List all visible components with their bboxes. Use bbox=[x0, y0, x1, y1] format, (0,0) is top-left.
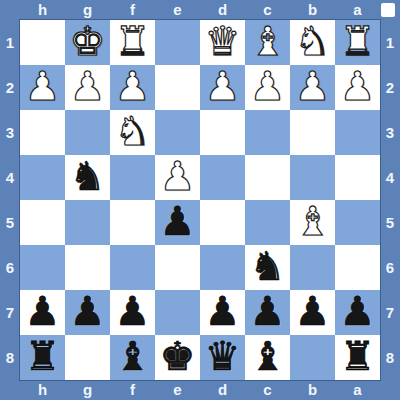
rank-label-8: 8 bbox=[380, 335, 400, 380]
file-label-e: e bbox=[155, 380, 200, 400]
square-b5[interactable]: ♝ bbox=[290, 200, 335, 245]
file-label-a: a bbox=[335, 0, 380, 20]
white-pawn: ♟ bbox=[295, 65, 331, 109]
square-b3[interactable] bbox=[290, 110, 335, 155]
black-pawn: ♟ bbox=[115, 290, 151, 334]
square-f7[interactable]: ♟ bbox=[110, 290, 155, 335]
square-a1[interactable]: ♜ bbox=[335, 20, 380, 65]
square-f5[interactable] bbox=[110, 200, 155, 245]
black-pawn: ♟ bbox=[250, 290, 286, 334]
chess-board: ♚♜♛♝♞♜♟♟♟♟♟♟♟♞♞♟♟♝♞♟♟♟♟♟♟♟♜♝♚♛♝♜ bbox=[20, 20, 380, 380]
file-label-c: c bbox=[245, 380, 290, 400]
square-c5[interactable] bbox=[245, 200, 290, 245]
file-label-a: a bbox=[335, 380, 380, 400]
black-pawn: ♟ bbox=[25, 290, 61, 334]
square-e2[interactable] bbox=[155, 65, 200, 110]
square-f6[interactable] bbox=[110, 245, 155, 290]
square-f4[interactable] bbox=[110, 155, 155, 200]
side-to-move-indicator-icon bbox=[381, 3, 395, 17]
black-king: ♚ bbox=[160, 335, 196, 379]
square-e4[interactable]: ♟ bbox=[155, 155, 200, 200]
white-pawn: ♟ bbox=[340, 65, 376, 109]
square-f3[interactable]: ♞ bbox=[110, 110, 155, 155]
file-label-f: f bbox=[110, 380, 155, 400]
file-label-g: g bbox=[65, 0, 110, 20]
square-e5[interactable]: ♟ bbox=[155, 200, 200, 245]
square-d7[interactable]: ♟ bbox=[200, 290, 245, 335]
square-b6[interactable] bbox=[290, 245, 335, 290]
square-d8[interactable]: ♛ bbox=[200, 335, 245, 380]
white-king: ♚ bbox=[70, 20, 106, 64]
rank-labels-right: 12345678 bbox=[380, 20, 400, 380]
square-e8[interactable]: ♚ bbox=[155, 335, 200, 380]
file-label-g: g bbox=[65, 380, 110, 400]
square-f8[interactable]: ♝ bbox=[110, 335, 155, 380]
rank-labels-left: 12345678 bbox=[0, 20, 20, 380]
white-rook: ♜ bbox=[115, 20, 151, 64]
square-h2[interactable]: ♟ bbox=[20, 65, 65, 110]
file-label-d: d bbox=[200, 380, 245, 400]
black-pawn: ♟ bbox=[205, 290, 241, 334]
white-pawn: ♟ bbox=[205, 65, 241, 109]
square-d2[interactable]: ♟ bbox=[200, 65, 245, 110]
rank-label-2: 2 bbox=[0, 65, 20, 110]
rank-label-1: 1 bbox=[0, 20, 20, 65]
square-c2[interactable]: ♟ bbox=[245, 65, 290, 110]
black-queen: ♛ bbox=[205, 335, 241, 379]
chess-diagram: hgfedcba hgfedcba 12345678 12345678 ♚♜♛♝… bbox=[0, 0, 400, 400]
square-h7[interactable]: ♟ bbox=[20, 290, 65, 335]
square-c6[interactable]: ♞ bbox=[245, 245, 290, 290]
square-h1[interactable] bbox=[20, 20, 65, 65]
white-rook: ♜ bbox=[340, 20, 376, 64]
black-rook: ♜ bbox=[340, 335, 376, 379]
square-f2[interactable]: ♟ bbox=[110, 65, 155, 110]
rank-label-6: 6 bbox=[0, 245, 20, 290]
rank-label-7: 7 bbox=[380, 290, 400, 335]
square-e6[interactable] bbox=[155, 245, 200, 290]
square-a7[interactable]: ♟ bbox=[335, 290, 380, 335]
square-g4[interactable]: ♞ bbox=[65, 155, 110, 200]
white-knight: ♞ bbox=[295, 20, 331, 64]
square-a5[interactable] bbox=[335, 200, 380, 245]
file-labels-bottom: hgfedcba bbox=[20, 380, 380, 400]
square-c3[interactable] bbox=[245, 110, 290, 155]
square-g3[interactable] bbox=[65, 110, 110, 155]
square-g8[interactable] bbox=[65, 335, 110, 380]
black-bishop: ♝ bbox=[250, 335, 286, 379]
square-g2[interactable]: ♟ bbox=[65, 65, 110, 110]
white-pawn: ♟ bbox=[250, 65, 286, 109]
black-pawn: ♟ bbox=[295, 290, 331, 334]
square-d1[interactable]: ♛ bbox=[200, 20, 245, 65]
file-label-f: f bbox=[110, 0, 155, 20]
file-labels-top: hgfedcba bbox=[20, 0, 380, 20]
white-pawn: ♟ bbox=[160, 155, 196, 199]
square-h4[interactable] bbox=[20, 155, 65, 200]
rank-label-4: 4 bbox=[380, 155, 400, 200]
square-f1[interactable]: ♜ bbox=[110, 20, 155, 65]
square-h3[interactable] bbox=[20, 110, 65, 155]
square-g5[interactable] bbox=[65, 200, 110, 245]
black-bishop: ♝ bbox=[115, 335, 151, 379]
white-bishop: ♝ bbox=[250, 20, 286, 64]
white-pawn: ♟ bbox=[115, 65, 151, 109]
white-pawn: ♟ bbox=[70, 65, 106, 109]
square-e1[interactable] bbox=[155, 20, 200, 65]
square-c1[interactable]: ♝ bbox=[245, 20, 290, 65]
black-knight: ♞ bbox=[70, 155, 106, 199]
black-knight: ♞ bbox=[250, 245, 286, 289]
file-label-e: e bbox=[155, 0, 200, 20]
rank-label-7: 7 bbox=[0, 290, 20, 335]
square-h8[interactable]: ♜ bbox=[20, 335, 65, 380]
square-c4[interactable] bbox=[245, 155, 290, 200]
square-a4[interactable] bbox=[335, 155, 380, 200]
square-d3[interactable] bbox=[200, 110, 245, 155]
square-d5[interactable] bbox=[200, 200, 245, 245]
rank-label-6: 6 bbox=[380, 245, 400, 290]
file-label-b: b bbox=[290, 0, 335, 20]
square-a3[interactable] bbox=[335, 110, 380, 155]
white-pawn: ♟ bbox=[25, 65, 61, 109]
square-d4[interactable] bbox=[200, 155, 245, 200]
square-h6[interactable] bbox=[20, 245, 65, 290]
square-e7[interactable] bbox=[155, 290, 200, 335]
file-label-b: b bbox=[290, 380, 335, 400]
square-g6[interactable] bbox=[65, 245, 110, 290]
square-a8[interactable]: ♜ bbox=[335, 335, 380, 380]
rank-label-4: 4 bbox=[0, 155, 20, 200]
square-h5[interactable] bbox=[20, 200, 65, 245]
white-queen: ♛ bbox=[205, 20, 241, 64]
file-label-h: h bbox=[20, 0, 65, 20]
rank-label-8: 8 bbox=[0, 335, 20, 380]
square-b7[interactable]: ♟ bbox=[290, 290, 335, 335]
square-c8[interactable]: ♝ bbox=[245, 335, 290, 380]
square-a6[interactable] bbox=[335, 245, 380, 290]
square-b8[interactable] bbox=[290, 335, 335, 380]
rank-label-3: 3 bbox=[0, 110, 20, 155]
square-c7[interactable]: ♟ bbox=[245, 290, 290, 335]
file-label-c: c bbox=[245, 0, 290, 20]
rank-label-2: 2 bbox=[380, 65, 400, 110]
square-b4[interactable] bbox=[290, 155, 335, 200]
square-b1[interactable]: ♞ bbox=[290, 20, 335, 65]
white-bishop: ♝ bbox=[295, 200, 331, 244]
black-pawn: ♟ bbox=[70, 290, 106, 334]
white-knight: ♞ bbox=[115, 110, 151, 154]
file-label-h: h bbox=[20, 380, 65, 400]
black-pawn: ♟ bbox=[340, 290, 376, 334]
square-b2[interactable]: ♟ bbox=[290, 65, 335, 110]
square-g7[interactable]: ♟ bbox=[65, 290, 110, 335]
square-d6[interactable] bbox=[200, 245, 245, 290]
square-a2[interactable]: ♟ bbox=[335, 65, 380, 110]
rank-label-3: 3 bbox=[380, 110, 400, 155]
rank-label-5: 5 bbox=[380, 200, 400, 245]
rank-label-5: 5 bbox=[0, 200, 20, 245]
file-label-d: d bbox=[200, 0, 245, 20]
black-rook: ♜ bbox=[25, 335, 61, 379]
rank-label-1: 1 bbox=[380, 20, 400, 65]
black-pawn: ♟ bbox=[160, 200, 196, 244]
square-g1[interactable]: ♚ bbox=[65, 20, 110, 65]
square-e3[interactable] bbox=[155, 110, 200, 155]
